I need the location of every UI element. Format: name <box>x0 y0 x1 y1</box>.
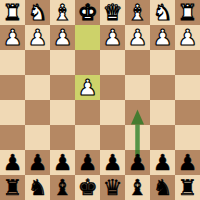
square-g6[interactable] <box>25 125 50 150</box>
square-b4[interactable] <box>150 75 175 100</box>
square-g1[interactable]: ♞ <box>25 0 50 25</box>
square-h5[interactable] <box>0 100 25 125</box>
black-pawn-c7[interactable]: ♟ <box>125 150 150 175</box>
square-d4[interactable] <box>100 75 125 100</box>
square-a6[interactable] <box>175 125 200 150</box>
square-h1[interactable]: ♜ <box>0 0 25 25</box>
square-e3[interactable] <box>75 50 100 75</box>
square-g5[interactable] <box>25 100 50 125</box>
black-queen-d8[interactable]: ♛ <box>100 175 125 200</box>
white-knight-b1[interactable]: ♞ <box>150 0 175 25</box>
square-b7[interactable]: ♟ <box>150 150 175 175</box>
black-pawn-a7[interactable]: ♟ <box>175 150 200 175</box>
square-g8[interactable]: ♞ <box>25 175 50 200</box>
square-h4[interactable] <box>0 75 25 100</box>
white-knight-g1[interactable]: ♞ <box>25 0 50 25</box>
black-knight-b8[interactable]: ♞ <box>150 175 175 200</box>
black-rook-h8[interactable]: ♜ <box>0 175 25 200</box>
square-g2[interactable]: ♟ <box>25 25 50 50</box>
square-d8[interactable]: ♛ <box>100 175 125 200</box>
square-a1[interactable]: ♜ <box>175 0 200 25</box>
square-e4[interactable]: ♟ <box>75 75 100 100</box>
square-c6[interactable] <box>125 125 150 150</box>
square-f2[interactable]: ♟ <box>50 25 75 50</box>
black-pawn-d7[interactable]: ♟ <box>100 150 125 175</box>
white-rook-h1[interactable]: ♜ <box>0 0 25 25</box>
black-rook-a8[interactable]: ♜ <box>175 175 200 200</box>
square-e5[interactable] <box>75 100 100 125</box>
square-a8[interactable]: ♜ <box>175 175 200 200</box>
white-bishop-c1[interactable]: ♝ <box>125 0 150 25</box>
square-d7[interactable]: ♟ <box>100 150 125 175</box>
square-e2[interactable] <box>75 25 100 50</box>
square-d6[interactable] <box>100 125 125 150</box>
black-bishop-c8[interactable]: ♝ <box>125 175 150 200</box>
white-bishop-f1[interactable]: ♝ <box>50 0 75 25</box>
square-h6[interactable] <box>0 125 25 150</box>
square-d2[interactable]: ♟ <box>100 25 125 50</box>
white-pawn-a2[interactable]: ♟ <box>175 25 200 50</box>
square-f7[interactable]: ♟ <box>50 150 75 175</box>
square-d3[interactable] <box>100 50 125 75</box>
square-b6[interactable] <box>150 125 175 150</box>
white-pawn-h2[interactable]: ♟ <box>0 25 25 50</box>
black-knight-g8[interactable]: ♞ <box>25 175 50 200</box>
square-a4[interactable] <box>175 75 200 100</box>
white-pawn-b2[interactable]: ♟ <box>150 25 175 50</box>
square-e7[interactable]: ♟ <box>75 150 100 175</box>
square-f3[interactable] <box>50 50 75 75</box>
white-pawn-c2[interactable]: ♟ <box>125 25 150 50</box>
square-g7[interactable]: ♟ <box>25 150 50 175</box>
square-h8[interactable]: ♜ <box>0 175 25 200</box>
black-pawn-e7[interactable]: ♟ <box>75 150 100 175</box>
square-b1[interactable]: ♞ <box>150 0 175 25</box>
square-f1[interactable]: ♝ <box>50 0 75 25</box>
black-pawn-f7[interactable]: ♟ <box>50 150 75 175</box>
black-pawn-h7[interactable]: ♟ <box>0 150 25 175</box>
square-c5[interactable] <box>125 100 150 125</box>
white-rook-a1[interactable]: ♜ <box>175 0 200 25</box>
square-c2[interactable]: ♟ <box>125 25 150 50</box>
square-f4[interactable] <box>50 75 75 100</box>
square-c4[interactable] <box>125 75 150 100</box>
square-a5[interactable] <box>175 100 200 125</box>
square-h2[interactable]: ♟ <box>0 25 25 50</box>
black-bishop-f8[interactable]: ♝ <box>50 175 75 200</box>
square-c7[interactable]: ♟ <box>125 150 150 175</box>
square-b3[interactable] <box>150 50 175 75</box>
square-c1[interactable]: ♝ <box>125 0 150 25</box>
white-pawn-d2[interactable]: ♟ <box>100 25 125 50</box>
square-f6[interactable] <box>50 125 75 150</box>
square-b2[interactable]: ♟ <box>150 25 175 50</box>
black-pawn-b7[interactable]: ♟ <box>150 150 175 175</box>
square-g4[interactable] <box>25 75 50 100</box>
square-a2[interactable]: ♟ <box>175 25 200 50</box>
white-king-e1[interactable]: ♚ <box>75 0 100 25</box>
square-g3[interactable] <box>25 50 50 75</box>
square-d1[interactable]: ♛ <box>100 0 125 25</box>
square-f8[interactable]: ♝ <box>50 175 75 200</box>
square-h7[interactable]: ♟ <box>0 150 25 175</box>
black-pawn-g7[interactable]: ♟ <box>25 150 50 175</box>
square-b5[interactable] <box>150 100 175 125</box>
square-e8[interactable]: ♚ <box>75 175 100 200</box>
square-a3[interactable] <box>175 50 200 75</box>
square-c8[interactable]: ♝ <box>125 175 150 200</box>
chess-board: ♜♞♝♚♛♝♞♜♟♟♟♟♟♟♟♟♟♟♟♟♟♟♟♟♜♞♝♚♛♝♞♜ <box>0 0 200 200</box>
square-f5[interactable] <box>50 100 75 125</box>
square-b8[interactable]: ♞ <box>150 175 175 200</box>
white-pawn-f2[interactable]: ♟ <box>50 25 75 50</box>
square-e6[interactable] <box>75 125 100 150</box>
square-d5[interactable] <box>100 100 125 125</box>
white-pawn-g2[interactable]: ♟ <box>25 25 50 50</box>
square-c3[interactable] <box>125 50 150 75</box>
square-a7[interactable]: ♟ <box>175 150 200 175</box>
square-e1[interactable]: ♚ <box>75 0 100 25</box>
white-queen-d1[interactable]: ♛ <box>100 0 125 25</box>
square-h3[interactable] <box>0 50 25 75</box>
white-pawn-e4[interactable]: ♟ <box>75 75 100 100</box>
black-king-e8[interactable]: ♚ <box>75 175 100 200</box>
